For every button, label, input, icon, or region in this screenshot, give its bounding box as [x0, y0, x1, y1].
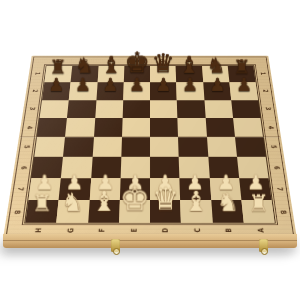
light-king[interactable]: ♚	[119, 181, 150, 215]
light-rook[interactable]: ♜	[243, 192, 274, 215]
square-h3[interactable]	[40, 100, 69, 118]
light-knight[interactable]: ♞	[57, 190, 88, 215]
dark-pawn[interactable]: ♟	[96, 76, 123, 94]
square-d4[interactable]	[150, 118, 178, 137]
square-e4[interactable]	[122, 118, 150, 137]
square-b3[interactable]	[204, 100, 233, 118]
square-b5[interactable]	[207, 137, 237, 157]
dark-pawn[interactable]: ♟	[43, 76, 70, 94]
square-a3[interactable]	[231, 100, 260, 118]
light-knight[interactable]: ♞	[212, 190, 243, 215]
square-c8[interactable]: ♝	[180, 200, 212, 223]
scene: HGFEDCBA HGFEDCBA 12345678 12345678 ♜♞♝♚…	[0, 0, 300, 300]
square-f3[interactable]	[95, 100, 123, 118]
board-grid: ♜♞♝♚♛♝♞♜♟♟♟♟♟♟♟♟♟♟♟♟♟♟♟♟♜♞♝♚♛♝♞♜	[24, 65, 276, 223]
square-c2[interactable]: ♟	[176, 82, 204, 99]
square-h5[interactable]	[34, 137, 65, 157]
square-g4[interactable]	[65, 118, 95, 137]
square-e5[interactable]	[121, 137, 150, 157]
square-g5[interactable]	[63, 137, 93, 157]
square-d2[interactable]: ♟	[150, 82, 177, 99]
square-d3[interactable]	[150, 100, 178, 118]
square-f8[interactable]: ♝	[88, 200, 120, 223]
square-c5[interactable]	[178, 137, 208, 157]
square-f4[interactable]	[94, 118, 123, 137]
square-a2[interactable]: ♟	[229, 82, 258, 99]
dark-pawn[interactable]: ♟	[204, 76, 231, 94]
square-b2[interactable]: ♟	[203, 82, 231, 99]
square-c4[interactable]	[178, 118, 207, 137]
chess-set-photo: HGFEDCBA HGFEDCBA 12345678 12345678 ♜♞♝♚…	[0, 0, 300, 300]
square-a8[interactable]: ♜	[241, 200, 275, 223]
square-a4[interactable]	[233, 118, 263, 137]
square-e8[interactable]: ♚	[119, 200, 150, 223]
square-f2[interactable]: ♟	[96, 82, 124, 99]
light-queen[interactable]: ♛	[150, 185, 181, 216]
square-e3[interactable]	[122, 100, 150, 118]
square-c3[interactable]	[177, 100, 205, 118]
square-h2[interactable]: ♟	[42, 82, 71, 99]
light-bishop[interactable]: ♝	[88, 188, 119, 215]
dark-pawn[interactable]: ♟	[177, 76, 204, 94]
dark-pawn[interactable]: ♟	[150, 76, 177, 94]
square-g3[interactable]	[67, 100, 96, 118]
chess-board: HGFEDCBA HGFEDCBA 12345678 12345678 ♜♞♝♚…	[3, 56, 297, 238]
square-g2[interactable]: ♟	[69, 82, 97, 99]
dark-pawn[interactable]: ♟	[230, 76, 257, 94]
square-d5[interactable]	[150, 137, 179, 157]
square-h4[interactable]	[37, 118, 67, 137]
light-rook[interactable]: ♜	[26, 192, 57, 215]
square-b8[interactable]: ♞	[211, 200, 244, 223]
square-a5[interactable]	[235, 137, 266, 157]
square-b4[interactable]	[205, 118, 235, 137]
square-e2[interactable]: ♟	[123, 82, 150, 99]
brass-clasp-left	[111, 239, 120, 252]
brass-clasp-right	[259, 239, 268, 252]
square-g8[interactable]: ♞	[57, 200, 90, 223]
board-frame: HGFEDCBA HGFEDCBA 12345678 12345678 ♜♞♝♚…	[3, 56, 297, 238]
square-f5[interactable]	[92, 137, 122, 157]
square-h8[interactable]: ♜	[25, 200, 59, 223]
light-bishop[interactable]: ♝	[181, 188, 212, 215]
square-d8[interactable]: ♛	[150, 200, 181, 223]
dark-pawn[interactable]: ♟	[70, 76, 97, 94]
dark-king[interactable]: ♚	[124, 48, 150, 77]
dark-pawn[interactable]: ♟	[123, 76, 150, 94]
box-front-side	[3, 234, 297, 248]
